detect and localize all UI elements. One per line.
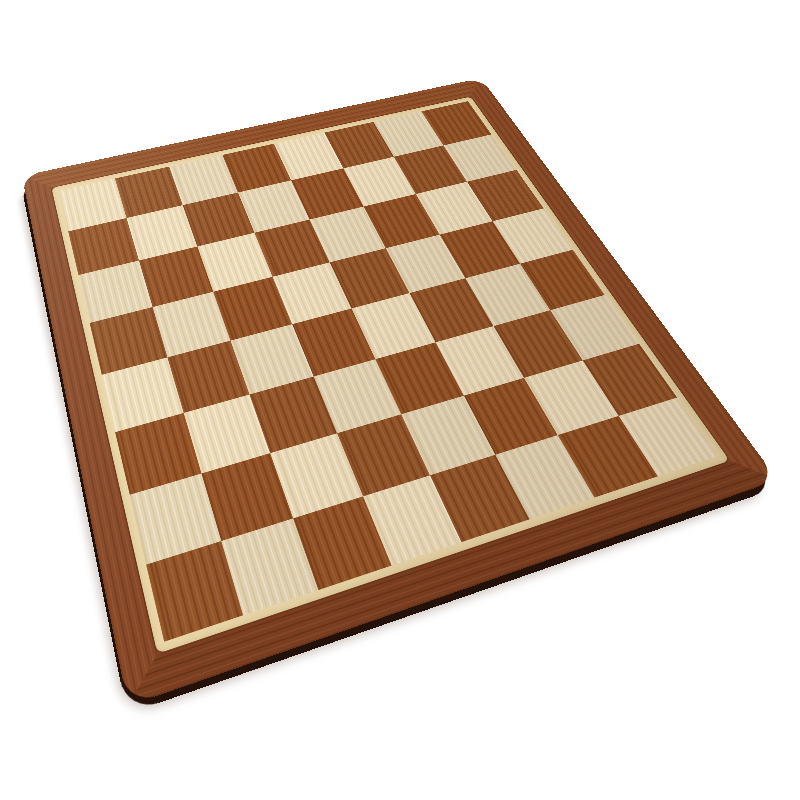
playing-field-grid: [59, 101, 719, 642]
product-photo-scene: [0, 0, 800, 800]
